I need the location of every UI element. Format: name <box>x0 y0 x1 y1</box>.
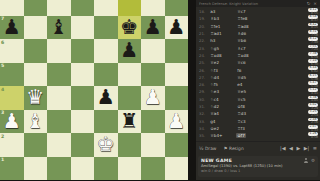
move-row-28: 28.♘f5e45:475:10 <box>196 81 320 88</box>
new-game-players[interactable]: AmiSegal (1390) vs. Lapt88 (1250) (10 mi… <box>201 164 315 168</box>
square-e8[interactable] <box>94 0 118 16</box>
square-a5[interactable]: 5 <box>0 63 24 87</box>
move-row-18: 18.a3♕c79:128:55 <box>196 8 320 15</box>
square-e1[interactable] <box>94 157 118 181</box>
black-move[interactable]: ♔f7 <box>236 133 266 138</box>
move-number: 28. <box>196 82 209 87</box>
move-number: 34. <box>196 126 209 131</box>
black-move[interactable]: ♕d5 <box>236 75 266 80</box>
white-move[interactable]: ♗b3 <box>209 16 236 21</box>
square-a3[interactable]: 3♟ <box>0 110 24 134</box>
move-number: 25. <box>196 60 209 65</box>
move-number: 22. <box>196 38 209 43</box>
move-row-27: 27.♘d4♕d56:155:38 <box>196 74 320 81</box>
rank-label-1: 1 <box>1 157 4 162</box>
move-number: 24. <box>196 53 209 58</box>
app-window: 87♟♝♚♟♟6♟54♛♟♟3♟♝♜♟2♚1 French Defense: K… <box>0 0 320 180</box>
black-move[interactable]: ♖c3 <box>236 119 266 124</box>
square-e6[interactable] <box>94 39 118 63</box>
black-pawn[interactable]: ♟ <box>118 39 142 63</box>
square-h3[interactable]: ♟ <box>165 110 189 134</box>
square-c4[interactable] <box>47 86 71 110</box>
square-b1[interactable] <box>24 157 48 181</box>
square-b7[interactable] <box>24 16 48 40</box>
move-number: 26. <box>196 68 209 73</box>
white-bishop[interactable]: ♝ <box>24 110 48 134</box>
square-h4[interactable] <box>165 86 189 110</box>
square-a4[interactable]: 4 <box>0 86 24 110</box>
black-rook[interactable]: ♜ <box>118 110 142 134</box>
black-bishop[interactable]: ♝ <box>47 16 71 40</box>
square-f3[interactable]: ♜ <box>118 110 142 134</box>
square-d7[interactable] <box>71 16 95 40</box>
flag-icon: ⚑ <box>223 146 227 151</box>
square-b3[interactable]: ♝ <box>24 110 48 134</box>
square-b8[interactable] <box>24 0 48 16</box>
square-f8[interactable] <box>118 0 142 16</box>
square-c2[interactable] <box>47 133 71 157</box>
black-move[interactable]: ♖f3 <box>236 126 266 131</box>
white-move[interactable]: ♕e2 <box>209 60 236 65</box>
square-b5[interactable] <box>24 63 48 87</box>
move-number: 30. <box>196 97 209 102</box>
white-pawn[interactable]: ♟ <box>141 86 165 110</box>
square-h6[interactable] <box>165 39 189 63</box>
move-list-header: French Defense: Knight Variation ↻ × <box>196 0 320 7</box>
white-move[interactable]: ♔e2 <box>209 126 236 131</box>
white-king[interactable]: ♚ <box>94 133 118 157</box>
square-d6[interactable] <box>71 39 95 63</box>
move-number: 21. <box>196 31 209 36</box>
white-move[interactable]: ♖xd8 <box>209 53 236 58</box>
square-e5[interactable] <box>94 63 118 87</box>
black-move[interactable]: e4 <box>236 82 266 87</box>
move-row-20: 20.♖fe1♖ad88:428:15 <box>196 23 320 30</box>
square-f4[interactable] <box>118 86 142 110</box>
square-d3[interactable] <box>71 110 95 134</box>
black-move[interactable]: ♕e5 <box>236 89 266 94</box>
rank-label-7: 7 <box>1 16 4 21</box>
black-move[interactable]: ♕b6 <box>236 38 266 43</box>
square-c5[interactable] <box>47 63 71 87</box>
square-f5[interactable] <box>118 63 142 87</box>
white-move[interactable]: ♘c4 <box>209 97 236 102</box>
black-king[interactable]: ♚ <box>118 16 142 40</box>
white-move[interactable]: h3 <box>209 38 236 43</box>
square-g6[interactable] <box>141 39 165 63</box>
move-number: 32. <box>196 111 209 116</box>
square-f7[interactable]: ♚ <box>118 16 142 40</box>
move-row-25: 25.♕e2♕c67:106:30 <box>196 59 320 66</box>
square-g1[interactable] <box>141 157 165 181</box>
square-b2[interactable] <box>24 133 48 157</box>
black-pawn[interactable]: ♟ <box>94 86 118 110</box>
square-a2[interactable]: 2 <box>0 133 24 157</box>
game-action-bar: ½ Draw ⚑ Resign |◀ ◀ ▶ ▶| ≡ <box>196 141 320 154</box>
nav-menu-icon[interactable]: ≡ <box>313 145 317 151</box>
opening-name: French Defense: Knight Variation <box>199 2 307 6</box>
square-b6[interactable] <box>24 39 48 63</box>
square-f6[interactable]: ♟ <box>118 39 142 63</box>
move-row-30: 30.♘c4♕c54:384:05 <box>196 96 320 103</box>
game-side-panel: French Defense: Knight Variation ↻ × 18.… <box>196 0 320 180</box>
square-d8[interactable] <box>71 0 95 16</box>
square-g4[interactable]: ♟ <box>141 86 165 110</box>
square-e4[interactable]: ♟ <box>94 86 118 110</box>
chess-board[interactable]: 87♟♝♚♟♟6♟54♛♟♟3♟♝♜♟2♚1 <box>0 0 188 180</box>
square-h5[interactable] <box>165 63 189 87</box>
white-move[interactable]: ♖ad1 <box>209 31 236 36</box>
black-move[interactable]: ♖ad8 <box>236 24 266 29</box>
new-game-record: win 0 / draw 0 / loss 1 <box>201 169 315 173</box>
black-move[interactable]: ♕c5 <box>236 97 266 102</box>
gear-icon[interactable]: ⚙ <box>311 158 315 163</box>
white-move[interactable]: ♕a4 <box>209 111 236 116</box>
nav-last-move-icon[interactable]: ▶| <box>304 145 310 151</box>
square-a1[interactable]: 1 <box>0 157 24 181</box>
move-row-32: 32.♕a4♖d33:252:54 <box>196 110 320 117</box>
square-h8[interactable] <box>165 0 189 16</box>
move-row-29: 29.♘e3♕e55:124:41 <box>196 88 320 95</box>
refresh-icon[interactable]: ↻ <box>307 1 311 7</box>
black-move[interactable]: ♗d6 <box>236 31 266 36</box>
black-move[interactable]: ♔f8 <box>236 104 266 109</box>
rank-label-4: 4 <box>1 87 4 92</box>
square-g2[interactable] <box>141 133 165 157</box>
rank-label-5: 5 <box>1 63 4 68</box>
move-number: 35. <box>196 133 209 138</box>
square-d2[interactable] <box>71 133 95 157</box>
move-row-19: 19.♗b3♖fe88:588:37 <box>196 15 320 22</box>
move-number: 19. <box>196 16 209 21</box>
chess-board-area: 87♟♝♚♟♟6♟54♛♟♟3♟♝♜♟2♚1 <box>0 0 188 180</box>
white-move[interactable]: ♘f5 <box>209 82 236 87</box>
nav-next-move-icon[interactable]: ▶ <box>296 145 300 151</box>
resign-button[interactable]: ⚑ Resign <box>223 146 243 151</box>
white-pawn[interactable]: ♟ <box>165 110 189 134</box>
square-f2[interactable] <box>118 133 142 157</box>
move-row-35: 35.♕b4+♔f71:260:58 <box>196 132 320 139</box>
black-pawn[interactable]: ♟ <box>141 16 165 40</box>
square-c7[interactable]: ♝ <box>47 16 71 40</box>
move-number: 20. <box>196 24 209 29</box>
black-move[interactable]: ♖xd8 <box>236 53 266 58</box>
white-move[interactable]: g4 <box>209 119 236 124</box>
half-point-icon: ½ <box>199 146 203 151</box>
move-row-34: 34.♔e2♖f32:071:33 <box>196 125 320 132</box>
white-move[interactable]: ♘d2 <box>209 104 236 109</box>
rank-label-3: 3 <box>1 110 4 115</box>
rank-label-2: 2 <box>1 134 4 139</box>
white-move[interactable]: ♖fe1 <box>209 24 236 29</box>
move-row-26: 26.♘f3f66:446:02 <box>196 66 320 73</box>
move-list[interactable]: 18.a3♕c79:128:5519.♗b3♖fe88:588:3720.♖fe… <box>196 7 320 141</box>
square-c6[interactable] <box>47 39 71 63</box>
white-move[interactable]: ♘e3 <box>209 89 236 94</box>
white-move[interactable]: a3 <box>209 9 236 14</box>
move-number: 18. <box>196 9 209 14</box>
move-row-22: 22.h3♕b68:127:40 <box>196 37 320 44</box>
square-h7[interactable]: ♟ <box>165 16 189 40</box>
new-game-card: NEW GAME ⚙ AmiSegal (1390) vs. Lapt88 (1… <box>198 156 318 177</box>
draw-button[interactable]: ½ Draw <box>199 146 216 151</box>
square-f1[interactable] <box>118 157 142 181</box>
white-move[interactable]: ♕b4+ <box>209 133 236 138</box>
square-e7[interactable] <box>94 16 118 40</box>
move-row-24: 24.♖xd8♖xd87:386:59 <box>196 52 320 59</box>
new-game-title: NEW GAME <box>201 158 232 163</box>
black-move[interactable]: ♕c7 <box>236 9 266 14</box>
square-h2[interactable] <box>165 133 189 157</box>
move-clocks: 1:260:58 <box>308 132 318 139</box>
move-row-21: 21.♖ad1♗d68:317:58 <box>196 30 320 37</box>
square-c3[interactable] <box>47 110 71 134</box>
square-c8[interactable] <box>47 0 71 16</box>
nav-first-move-icon[interactable]: |◀ <box>280 145 286 151</box>
square-e3[interactable] <box>94 110 118 134</box>
black-move[interactable]: ♕c6 <box>236 60 266 65</box>
black-move[interactable]: ♗c7 <box>236 46 266 51</box>
black-pawn[interactable]: ♟ <box>165 16 189 40</box>
move-number: 31. <box>196 104 209 109</box>
white-move[interactable]: ♘d4 <box>209 75 236 80</box>
move-row-23: 23.♘g5♗c77:557:21 <box>196 44 320 51</box>
square-a6[interactable]: 6 <box>0 39 24 63</box>
white-move[interactable]: ♘f3 <box>209 68 236 73</box>
square-g3[interactable] <box>141 110 165 134</box>
square-g7[interactable]: ♟ <box>141 16 165 40</box>
square-c1[interactable] <box>47 157 71 181</box>
move-number: 23. <box>196 46 209 51</box>
white-move[interactable]: ♘g5 <box>209 46 236 51</box>
square-h1[interactable] <box>165 157 189 181</box>
black-move[interactable]: ♖d3 <box>236 111 266 116</box>
rank-label-6: 6 <box>1 40 4 45</box>
square-d4[interactable] <box>71 86 95 110</box>
square-d1[interactable] <box>71 157 95 181</box>
square-e2[interactable]: ♚ <box>94 133 118 157</box>
black-clock: 0:58 <box>311 136 318 139</box>
move-row-31: 31.♘d2♔f84:023:29 <box>196 103 320 110</box>
square-a8[interactable]: 8 <box>0 0 24 16</box>
square-a7[interactable]: 7♟ <box>0 16 24 40</box>
black-move[interactable]: ♖fe8 <box>236 16 266 21</box>
close-icon[interactable]: × <box>313 1 317 7</box>
black-move[interactable]: f6 <box>236 68 266 73</box>
move-number: 29. <box>196 89 209 94</box>
square-d5[interactable] <box>71 63 95 87</box>
move-number: 33. <box>196 119 209 124</box>
square-g8[interactable] <box>141 0 165 16</box>
move-row-33: 33.g4♖c32:482:16 <box>196 117 320 124</box>
person-icon[interactable] <box>304 158 308 162</box>
square-g5[interactable] <box>141 63 165 87</box>
square-b4[interactable]: ♛ <box>24 86 48 110</box>
white-queen[interactable]: ♛ <box>24 86 48 110</box>
nav-prev-move-icon[interactable]: ◀ <box>289 145 293 151</box>
move-number: 27. <box>196 75 209 80</box>
